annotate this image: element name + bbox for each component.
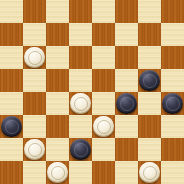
square-d4[interactable] bbox=[69, 92, 92, 115]
square-b7 bbox=[23, 23, 46, 46]
white-man-e3[interactable] bbox=[93, 116, 114, 137]
square-e4 bbox=[92, 92, 115, 115]
square-a4 bbox=[0, 92, 23, 115]
square-f4[interactable] bbox=[115, 92, 138, 115]
square-a6 bbox=[0, 46, 23, 69]
square-b5 bbox=[23, 69, 46, 92]
square-f3 bbox=[115, 115, 138, 138]
square-d2[interactable] bbox=[69, 138, 92, 161]
white-man-g1[interactable] bbox=[139, 162, 160, 183]
square-e3[interactable] bbox=[92, 115, 115, 138]
square-f7 bbox=[115, 23, 138, 46]
square-b8[interactable] bbox=[23, 0, 46, 23]
black-man-g5[interactable] bbox=[139, 70, 160, 91]
square-e5[interactable] bbox=[92, 69, 115, 92]
square-e2 bbox=[92, 138, 115, 161]
square-e8 bbox=[92, 0, 115, 23]
square-g7[interactable] bbox=[138, 23, 161, 46]
square-c7[interactable] bbox=[46, 23, 69, 46]
square-h3 bbox=[161, 115, 184, 138]
square-g3[interactable] bbox=[138, 115, 161, 138]
square-h4[interactable] bbox=[161, 92, 184, 115]
square-b2[interactable] bbox=[23, 138, 46, 161]
square-a1[interactable] bbox=[0, 161, 23, 184]
white-man-d4[interactable] bbox=[70, 93, 91, 114]
square-g8 bbox=[138, 0, 161, 23]
square-a7[interactable] bbox=[0, 23, 23, 46]
square-c2 bbox=[46, 138, 69, 161]
square-c5[interactable] bbox=[46, 69, 69, 92]
square-g6 bbox=[138, 46, 161, 69]
square-d7 bbox=[69, 23, 92, 46]
square-e7[interactable] bbox=[92, 23, 115, 46]
square-h7 bbox=[161, 23, 184, 46]
square-e6 bbox=[92, 46, 115, 69]
square-g1[interactable] bbox=[138, 161, 161, 184]
square-d1 bbox=[69, 161, 92, 184]
square-f6[interactable] bbox=[115, 46, 138, 69]
square-f2[interactable] bbox=[115, 138, 138, 161]
square-c6 bbox=[46, 46, 69, 69]
square-d5 bbox=[69, 69, 92, 92]
white-man-b6[interactable] bbox=[24, 47, 45, 68]
square-c3[interactable] bbox=[46, 115, 69, 138]
square-g2 bbox=[138, 138, 161, 161]
square-c4 bbox=[46, 92, 69, 115]
square-g4 bbox=[138, 92, 161, 115]
black-man-d2[interactable] bbox=[70, 139, 91, 160]
checkers-board bbox=[0, 0, 184, 184]
square-d3 bbox=[69, 115, 92, 138]
white-man-c1[interactable] bbox=[47, 162, 68, 183]
square-d6[interactable] bbox=[69, 46, 92, 69]
square-g5[interactable] bbox=[138, 69, 161, 92]
square-a5[interactable] bbox=[0, 69, 23, 92]
black-man-a3[interactable] bbox=[1, 116, 22, 137]
square-a3[interactable] bbox=[0, 115, 23, 138]
square-a2 bbox=[0, 138, 23, 161]
square-b3 bbox=[23, 115, 46, 138]
square-h5 bbox=[161, 69, 184, 92]
square-h8[interactable] bbox=[161, 0, 184, 23]
black-man-h4[interactable] bbox=[162, 93, 183, 114]
square-e1[interactable] bbox=[92, 161, 115, 184]
square-c1[interactable] bbox=[46, 161, 69, 184]
square-f1 bbox=[115, 161, 138, 184]
square-f8[interactable] bbox=[115, 0, 138, 23]
square-c8 bbox=[46, 0, 69, 23]
white-man-b2[interactable] bbox=[24, 139, 45, 160]
black-man-f4[interactable] bbox=[116, 93, 137, 114]
square-b1 bbox=[23, 161, 46, 184]
square-h6[interactable] bbox=[161, 46, 184, 69]
square-h1 bbox=[161, 161, 184, 184]
square-f5 bbox=[115, 69, 138, 92]
square-d8[interactable] bbox=[69, 0, 92, 23]
square-b4[interactable] bbox=[23, 92, 46, 115]
square-b6[interactable] bbox=[23, 46, 46, 69]
square-a8 bbox=[0, 0, 23, 23]
square-h2[interactable] bbox=[161, 138, 184, 161]
